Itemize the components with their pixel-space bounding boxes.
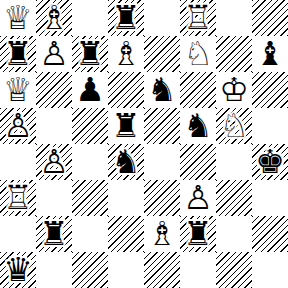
square-b5[interactable] xyxy=(36,108,72,144)
square-f5[interactable]: ♞ xyxy=(180,108,216,144)
square-c8[interactable] xyxy=(72,0,108,36)
square-g4[interactable] xyxy=(216,144,252,180)
square-d3[interactable] xyxy=(108,180,144,216)
square-a3[interactable]: ♖ xyxy=(0,180,36,216)
square-g1[interactable] xyxy=(216,252,252,288)
white-queen-a8[interactable]: ♕ xyxy=(0,0,36,36)
square-b8[interactable]: ♗ xyxy=(36,0,72,36)
square-e5[interactable] xyxy=(144,108,180,144)
black-king-h4[interactable]: ♚ xyxy=(252,144,288,180)
square-c6[interactable]: ♟ xyxy=(72,72,108,108)
black-rook-a7[interactable]: ♜ xyxy=(0,36,36,72)
black-rook-b2[interactable]: ♜ xyxy=(36,216,72,252)
white-queen-a6[interactable]: ♕ xyxy=(0,72,36,108)
white-pawn-b7[interactable]: ♙ xyxy=(36,36,72,72)
square-b7[interactable]: ♙ xyxy=(36,36,72,72)
white-rook-a3[interactable]: ♖ xyxy=(0,180,36,216)
black-rook-d8[interactable]: ♜ xyxy=(108,0,144,36)
chess-board: ♕♗♜♖♜♙♜♗♘♝♕♟♞♔♙♜♞♘♙♞♚♖♙♜♗♜♛ xyxy=(0,0,288,288)
white-pawn-b4[interactable]: ♙ xyxy=(36,144,72,180)
square-h7[interactable]: ♝ xyxy=(252,36,288,72)
square-h3[interactable] xyxy=(252,180,288,216)
square-d2[interactable] xyxy=(108,216,144,252)
square-g8[interactable] xyxy=(216,0,252,36)
square-a2[interactable] xyxy=(0,216,36,252)
square-e3[interactable] xyxy=(144,180,180,216)
square-a8[interactable]: ♕ xyxy=(0,0,36,36)
square-c3[interactable] xyxy=(72,180,108,216)
square-a7[interactable]: ♜ xyxy=(0,36,36,72)
square-f1[interactable] xyxy=(180,252,216,288)
white-knight-f7[interactable]: ♘ xyxy=(180,36,216,72)
square-h5[interactable] xyxy=(252,108,288,144)
square-f4[interactable] xyxy=(180,144,216,180)
black-rook-d5[interactable]: ♜ xyxy=(108,108,144,144)
square-d1[interactable] xyxy=(108,252,144,288)
black-knight-e6[interactable]: ♞ xyxy=(144,72,180,108)
square-c1[interactable] xyxy=(72,252,108,288)
black-knight-d4[interactable]: ♞ xyxy=(108,144,144,180)
square-h2[interactable] xyxy=(252,216,288,252)
square-g3[interactable] xyxy=(216,180,252,216)
square-b3[interactable] xyxy=(36,180,72,216)
white-pawn-a5[interactable]: ♙ xyxy=(0,108,36,144)
white-pawn-f3[interactable]: ♙ xyxy=(180,180,216,216)
square-b4[interactable]: ♙ xyxy=(36,144,72,180)
square-d8[interactable]: ♜ xyxy=(108,0,144,36)
square-e8[interactable] xyxy=(144,0,180,36)
square-a1[interactable]: ♛ xyxy=(0,252,36,288)
square-b6[interactable] xyxy=(36,72,72,108)
white-bishop-b8[interactable]: ♗ xyxy=(36,0,72,36)
square-g7[interactable] xyxy=(216,36,252,72)
square-f2[interactable]: ♜ xyxy=(180,216,216,252)
black-queen-a1[interactable]: ♛ xyxy=(0,252,36,288)
square-c4[interactable] xyxy=(72,144,108,180)
white-king-g6[interactable]: ♔ xyxy=(216,72,252,108)
square-f7[interactable]: ♘ xyxy=(180,36,216,72)
square-f6[interactable] xyxy=(180,72,216,108)
square-e4[interactable] xyxy=(144,144,180,180)
black-rook-c7[interactable]: ♜ xyxy=(72,36,108,72)
square-e7[interactable] xyxy=(144,36,180,72)
white-rook-f8[interactable]: ♖ xyxy=(180,0,216,36)
square-e1[interactable] xyxy=(144,252,180,288)
black-pawn-c6[interactable]: ♟ xyxy=(72,72,108,108)
square-a6[interactable]: ♕ xyxy=(0,72,36,108)
black-knight-f5[interactable]: ♞ xyxy=(180,108,216,144)
black-bishop-h7[interactable]: ♝ xyxy=(252,36,288,72)
square-e2[interactable]: ♗ xyxy=(144,216,180,252)
square-a5[interactable]: ♙ xyxy=(0,108,36,144)
square-e6[interactable]: ♞ xyxy=(144,72,180,108)
square-g6[interactable]: ♔ xyxy=(216,72,252,108)
black-rook-f2[interactable]: ♜ xyxy=(180,216,216,252)
square-d4[interactable]: ♞ xyxy=(108,144,144,180)
square-d7[interactable]: ♗ xyxy=(108,36,144,72)
square-a4[interactable] xyxy=(0,144,36,180)
square-g5[interactable]: ♘ xyxy=(216,108,252,144)
square-b2[interactable]: ♜ xyxy=(36,216,72,252)
square-c7[interactable]: ♜ xyxy=(72,36,108,72)
white-bishop-d7[interactable]: ♗ xyxy=(108,36,144,72)
square-c5[interactable] xyxy=(72,108,108,144)
square-h6[interactable] xyxy=(252,72,288,108)
square-h4[interactable]: ♚ xyxy=(252,144,288,180)
square-h8[interactable] xyxy=(252,0,288,36)
white-bishop-e2[interactable]: ♗ xyxy=(144,216,180,252)
square-h1[interactable] xyxy=(252,252,288,288)
square-b1[interactable] xyxy=(36,252,72,288)
square-c2[interactable] xyxy=(72,216,108,252)
square-f3[interactable]: ♙ xyxy=(180,180,216,216)
square-d5[interactable]: ♜ xyxy=(108,108,144,144)
square-f8[interactable]: ♖ xyxy=(180,0,216,36)
square-g2[interactable] xyxy=(216,216,252,252)
white-knight-g5[interactable]: ♘ xyxy=(216,108,252,144)
square-d6[interactable] xyxy=(108,72,144,108)
